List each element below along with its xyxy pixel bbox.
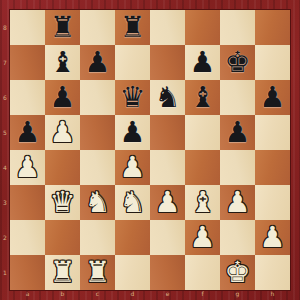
piece-white-queen-b3[interactable]: ♛ xyxy=(45,185,80,220)
square-h1[interactable] xyxy=(255,255,290,290)
square-b7[interactable]: ♝ xyxy=(45,45,80,80)
square-c2[interactable] xyxy=(80,220,115,255)
piece-white-pawn-d4[interactable]: ♟ xyxy=(115,150,150,185)
square-h4[interactable] xyxy=(255,150,290,185)
square-f4[interactable] xyxy=(185,150,220,185)
square-h8[interactable] xyxy=(255,10,290,45)
square-g7[interactable]: ♚ xyxy=(220,45,255,80)
piece-white-pawn-h2[interactable]: ♟ xyxy=(255,220,290,255)
file-label-h: h xyxy=(255,289,290,299)
file-label-e: e xyxy=(150,289,185,299)
square-c1[interactable]: ♜ xyxy=(80,255,115,290)
file-label-b: b xyxy=(45,289,80,299)
square-g3[interactable]: ♟ xyxy=(220,185,255,220)
square-a3[interactable] xyxy=(10,185,45,220)
piece-white-bishop-f3[interactable]: ♝ xyxy=(185,185,220,220)
square-a2[interactable] xyxy=(10,220,45,255)
square-g6[interactable] xyxy=(220,80,255,115)
file-label-f: f xyxy=(185,289,220,299)
file-label-c: c xyxy=(80,289,115,299)
file-label-g: g xyxy=(220,289,255,299)
square-c6[interactable] xyxy=(80,80,115,115)
rank-label-2: 2 xyxy=(0,220,10,255)
square-a1[interactable] xyxy=(10,255,45,290)
square-d3[interactable]: ♞ xyxy=(115,185,150,220)
square-f1[interactable] xyxy=(185,255,220,290)
square-d7[interactable] xyxy=(115,45,150,80)
piece-black-pawn-c7[interactable]: ♟ xyxy=(80,45,115,80)
piece-white-king-g1[interactable]: ♚ xyxy=(220,255,255,290)
square-e2[interactable] xyxy=(150,220,185,255)
rank-label-1: 1 xyxy=(0,255,10,290)
rank-label-8: 8 xyxy=(0,10,10,45)
square-d8[interactable]: ♜ xyxy=(115,10,150,45)
square-g5[interactable]: ♟ xyxy=(220,115,255,150)
square-h5[interactable] xyxy=(255,115,290,150)
piece-white-pawn-a4[interactable]: ♟ xyxy=(10,150,45,185)
square-c5[interactable] xyxy=(80,115,115,150)
piece-black-pawn-g5[interactable]: ♟ xyxy=(220,115,255,150)
square-f3[interactable]: ♝ xyxy=(185,185,220,220)
piece-white-pawn-g3[interactable]: ♟ xyxy=(220,185,255,220)
piece-black-pawn-b6[interactable]: ♟ xyxy=(45,80,80,115)
square-b6[interactable]: ♟ xyxy=(45,80,80,115)
chess-board-frame: ♜♜♝♟♟♚♟♛♞♝♟♟♟♟♟♟♟♛♞♞♟♝♟♟♟♜♜♚ 87654321abc… xyxy=(0,0,300,300)
square-b5[interactable]: ♟ xyxy=(45,115,80,150)
square-b3[interactable]: ♛ xyxy=(45,185,80,220)
square-c8[interactable] xyxy=(80,10,115,45)
piece-black-pawn-f7[interactable]: ♟ xyxy=(185,45,220,80)
rank-label-5: 5 xyxy=(0,115,10,150)
square-d4[interactable]: ♟ xyxy=(115,150,150,185)
square-h3[interactable] xyxy=(255,185,290,220)
piece-white-pawn-b5[interactable]: ♟ xyxy=(45,115,80,150)
square-f2[interactable]: ♟ xyxy=(185,220,220,255)
square-h7[interactable] xyxy=(255,45,290,80)
square-a6[interactable] xyxy=(10,80,45,115)
square-b1[interactable]: ♜ xyxy=(45,255,80,290)
square-h2[interactable]: ♟ xyxy=(255,220,290,255)
piece-black-knight-e6[interactable]: ♞ xyxy=(150,80,185,115)
piece-white-pawn-f2[interactable]: ♟ xyxy=(185,220,220,255)
square-c3[interactable]: ♞ xyxy=(80,185,115,220)
square-a7[interactable] xyxy=(10,45,45,80)
piece-black-rook-b8[interactable]: ♜ xyxy=(45,10,80,45)
square-d2[interactable] xyxy=(115,220,150,255)
square-e3[interactable]: ♟ xyxy=(150,185,185,220)
square-b2[interactable] xyxy=(45,220,80,255)
piece-black-pawn-d5[interactable]: ♟ xyxy=(115,115,150,150)
square-a4[interactable]: ♟ xyxy=(10,150,45,185)
square-e7[interactable] xyxy=(150,45,185,80)
square-a8[interactable] xyxy=(10,10,45,45)
square-c4[interactable] xyxy=(80,150,115,185)
file-label-a: a xyxy=(10,289,45,299)
square-h6[interactable]: ♟ xyxy=(255,80,290,115)
square-d1[interactable] xyxy=(115,255,150,290)
square-e6[interactable]: ♞ xyxy=(150,80,185,115)
square-g2[interactable] xyxy=(220,220,255,255)
square-b8[interactable]: ♜ xyxy=(45,10,80,45)
square-g4[interactable] xyxy=(220,150,255,185)
piece-white-knight-d3[interactable]: ♞ xyxy=(115,185,150,220)
rank-label-4: 4 xyxy=(0,150,10,185)
square-f8[interactable] xyxy=(185,10,220,45)
square-b4[interactable] xyxy=(45,150,80,185)
piece-black-bishop-b7[interactable]: ♝ xyxy=(45,45,80,80)
square-e5[interactable] xyxy=(150,115,185,150)
square-d5[interactable]: ♟ xyxy=(115,115,150,150)
square-f5[interactable] xyxy=(185,115,220,150)
piece-black-rook-d8[interactable]: ♜ xyxy=(115,10,150,45)
piece-white-knight-c3[interactable]: ♞ xyxy=(80,185,115,220)
piece-white-rook-b1[interactable]: ♜ xyxy=(45,255,80,290)
piece-black-pawn-a5[interactable]: ♟ xyxy=(10,115,45,150)
square-d6[interactable]: ♛ xyxy=(115,80,150,115)
square-f6[interactable]: ♝ xyxy=(185,80,220,115)
square-f7[interactable]: ♟ xyxy=(185,45,220,80)
file-label-d: d xyxy=(115,289,150,299)
square-c7[interactable]: ♟ xyxy=(80,45,115,80)
piece-white-rook-c1[interactable]: ♜ xyxy=(80,255,115,290)
rank-label-6: 6 xyxy=(0,80,10,115)
rank-label-7: 7 xyxy=(0,45,10,80)
piece-black-queen-d6[interactable]: ♛ xyxy=(115,80,150,115)
square-g8[interactable] xyxy=(220,10,255,45)
piece-white-pawn-e3[interactable]: ♟ xyxy=(150,185,185,220)
rank-label-3: 3 xyxy=(0,185,10,220)
chess-board: ♜♜♝♟♟♚♟♛♞♝♟♟♟♟♟♟♟♛♞♞♟♝♟♟♟♜♜♚ xyxy=(10,10,290,290)
piece-black-bishop-f6[interactable]: ♝ xyxy=(185,80,220,115)
piece-black-pawn-h6[interactable]: ♟ xyxy=(255,80,290,115)
piece-black-king-g7[interactable]: ♚ xyxy=(220,45,255,80)
square-e8[interactable] xyxy=(150,10,185,45)
square-e1[interactable] xyxy=(150,255,185,290)
square-e4[interactable] xyxy=(150,150,185,185)
square-g1[interactable]: ♚ xyxy=(220,255,255,290)
square-a5[interactable]: ♟ xyxy=(10,115,45,150)
